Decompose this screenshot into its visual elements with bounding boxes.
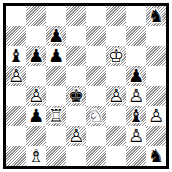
piece-glyph: ♙ xyxy=(6,66,26,86)
square-d4[interactable]: ♚♚ xyxy=(66,86,86,106)
square-e4[interactable] xyxy=(86,86,106,106)
black-bishop[interactable]: ♝♝ xyxy=(6,46,26,66)
square-g5[interactable]: ♟♟ xyxy=(126,66,146,86)
square-g3[interactable]: ♝♝ xyxy=(126,106,146,126)
square-b1[interactable]: ♝♗ xyxy=(26,146,46,166)
white-rook[interactable]: ♜♖ xyxy=(46,106,66,126)
piece-glyph: ♟ xyxy=(46,26,66,46)
square-b2[interactable] xyxy=(26,126,46,146)
piece-glyph: ♙ xyxy=(126,126,146,146)
piece-glyph: ♟ xyxy=(26,46,46,66)
white-pawn[interactable]: ♟♙ xyxy=(6,66,26,86)
square-e3[interactable]: ♞♘ xyxy=(86,106,106,126)
square-e5[interactable] xyxy=(86,66,106,86)
square-d7[interactable] xyxy=(66,26,86,46)
square-h5[interactable] xyxy=(146,66,166,86)
square-c8[interactable] xyxy=(46,6,66,26)
black-knight[interactable]: ♞♞ xyxy=(146,146,166,166)
square-h8[interactable]: ♞♞ xyxy=(146,6,166,26)
white-pawn[interactable]: ♟♙ xyxy=(126,126,146,146)
white-pawn[interactable]: ♟♙ xyxy=(146,106,166,126)
square-c1[interactable] xyxy=(46,146,66,166)
square-b5[interactable] xyxy=(26,66,46,86)
square-b6[interactable]: ♟♟ xyxy=(26,46,46,66)
square-a6[interactable]: ♝♝ xyxy=(6,46,26,66)
square-d3[interactable] xyxy=(66,106,86,126)
square-c4[interactable] xyxy=(46,86,66,106)
square-h2[interactable] xyxy=(146,126,166,146)
square-d2[interactable]: ♟♙ xyxy=(66,126,86,146)
black-bishop[interactable]: ♝♝ xyxy=(126,106,146,126)
square-g7[interactable] xyxy=(126,26,146,46)
square-h1[interactable]: ♞♞ xyxy=(146,146,166,166)
piece-glyph: ♘ xyxy=(86,106,106,126)
square-g8[interactable] xyxy=(126,6,146,26)
square-a2[interactable] xyxy=(6,126,26,146)
square-d1[interactable] xyxy=(66,146,86,166)
piece-glyph: ♞ xyxy=(146,146,166,166)
square-g1[interactable] xyxy=(126,146,146,166)
square-a5[interactable]: ♟♙ xyxy=(6,66,26,86)
square-f5[interactable] xyxy=(106,66,126,86)
piece-glyph: ♟ xyxy=(46,46,66,66)
square-h3[interactable]: ♟♙ xyxy=(146,106,166,126)
square-c2[interactable] xyxy=(46,126,66,146)
black-knight[interactable]: ♞♞ xyxy=(146,6,166,26)
square-b8[interactable] xyxy=(26,6,46,26)
square-e6[interactable] xyxy=(86,46,106,66)
black-pawn[interactable]: ♟♟ xyxy=(46,26,66,46)
piece-glyph: ♙ xyxy=(146,106,166,126)
black-pawn[interactable]: ♟♟ xyxy=(46,46,66,66)
square-f3[interactable] xyxy=(106,106,126,126)
white-knight[interactable]: ♞♘ xyxy=(86,106,106,126)
square-f7[interactable] xyxy=(106,26,126,46)
white-pawn[interactable]: ♟♙ xyxy=(26,86,46,106)
square-a1[interactable] xyxy=(6,146,26,166)
square-g6[interactable] xyxy=(126,46,146,66)
piece-glyph: ♟ xyxy=(26,106,46,126)
piece-glyph: ♞ xyxy=(146,6,166,26)
piece-glyph: ♙ xyxy=(66,126,86,146)
square-a4[interactable] xyxy=(6,86,26,106)
square-b4[interactable]: ♟♙ xyxy=(26,86,46,106)
piece-glyph: ♙ xyxy=(106,86,126,106)
square-g4[interactable]: ♟♙ xyxy=(126,86,146,106)
square-d5[interactable] xyxy=(66,66,86,86)
square-d8[interactable] xyxy=(66,6,86,26)
chess-board: ♞♞♟♟♝♝♟♟♟♟♚♔♟♙♟♟♟♙♚♚♟♙♟♙♟♟♜♖♞♘♝♝♟♙♟♙♟♙♝♗… xyxy=(3,3,169,169)
square-h4[interactable] xyxy=(146,86,166,106)
square-g2[interactable]: ♟♙ xyxy=(126,126,146,146)
square-c6[interactable]: ♟♟ xyxy=(46,46,66,66)
piece-glyph: ♝ xyxy=(6,46,26,66)
square-b7[interactable] xyxy=(26,26,46,46)
piece-glyph: ♚ xyxy=(66,86,86,106)
square-f4[interactable]: ♟♙ xyxy=(106,86,126,106)
square-f8[interactable] xyxy=(106,6,126,26)
square-f2[interactable] xyxy=(106,126,126,146)
square-d6[interactable] xyxy=(66,46,86,66)
square-a8[interactable] xyxy=(6,6,26,26)
square-f6[interactable]: ♚♔ xyxy=(106,46,126,66)
square-c3[interactable]: ♜♖ xyxy=(46,106,66,126)
piece-glyph: ♔ xyxy=(106,46,126,66)
white-bishop[interactable]: ♝♗ xyxy=(26,146,46,166)
white-king[interactable]: ♚♔ xyxy=(106,46,126,66)
square-b3[interactable]: ♟♟ xyxy=(26,106,46,126)
black-pawn[interactable]: ♟♟ xyxy=(126,66,146,86)
black-king[interactable]: ♚♚ xyxy=(66,86,86,106)
white-pawn[interactable]: ♟♙ xyxy=(66,126,86,146)
piece-glyph: ♟ xyxy=(126,66,146,86)
piece-glyph: ♙ xyxy=(26,86,46,106)
square-f1[interactable] xyxy=(106,146,126,166)
piece-glyph: ♙ xyxy=(126,86,146,106)
square-a7[interactable] xyxy=(6,26,26,46)
square-e1[interactable] xyxy=(86,146,106,166)
piece-glyph: ♗ xyxy=(26,146,46,166)
white-pawn[interactable]: ♟♙ xyxy=(126,86,146,106)
square-c7[interactable]: ♟♟ xyxy=(46,26,66,46)
black-pawn[interactable]: ♟♟ xyxy=(26,46,46,66)
square-e7[interactable] xyxy=(86,26,106,46)
square-h7[interactable] xyxy=(146,26,166,46)
square-e2[interactable] xyxy=(86,126,106,146)
square-a3[interactable] xyxy=(6,106,26,126)
piece-glyph: ♝ xyxy=(126,106,146,126)
square-h6[interactable] xyxy=(146,46,166,66)
piece-glyph: ♖ xyxy=(46,106,66,126)
black-pawn[interactable]: ♟♟ xyxy=(26,106,46,126)
chess-diagram: ♞♞♟♟♝♝♟♟♟♟♚♔♟♙♟♟♟♙♚♚♟♙♟♙♟♟♜♖♞♘♝♝♟♙♟♙♟♙♝♗… xyxy=(0,0,172,172)
square-e8[interactable] xyxy=(86,6,106,26)
white-pawn[interactable]: ♟♙ xyxy=(106,86,126,106)
square-c5[interactable] xyxy=(46,66,66,86)
